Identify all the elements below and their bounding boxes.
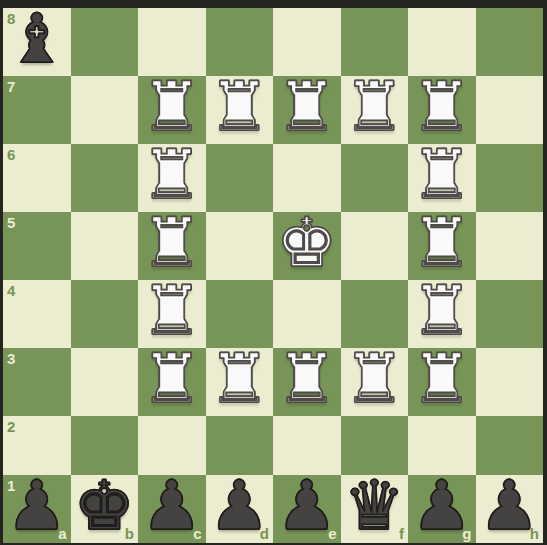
square-b5[interactable] [71, 212, 139, 280]
square-a6[interactable]: 6 [3, 144, 71, 212]
white-rook[interactable]: ♜ [276, 345, 337, 413]
white-rook[interactable]: ♜ [344, 73, 405, 141]
square-h3[interactable] [476, 348, 544, 416]
white-rook[interactable]: ♜ [411, 73, 472, 141]
rank-label-5: 5 [7, 215, 15, 230]
white-rook[interactable]: ♜ [411, 141, 472, 209]
square-e1[interactable]: e♟ [273, 475, 341, 543]
square-a7[interactable]: 7 [3, 76, 71, 144]
black-pawn[interactable]: ♟ [209, 472, 270, 540]
square-e7[interactable]: ♜ [273, 76, 341, 144]
square-e5[interactable]: ♚ [273, 212, 341, 280]
square-d5[interactable] [206, 212, 274, 280]
square-g7[interactable]: ♜ [408, 76, 476, 144]
square-b3[interactable] [71, 348, 139, 416]
black-queen[interactable]: ♛ [344, 472, 405, 540]
square-b1[interactable]: b♚ [71, 475, 139, 543]
white-rook[interactable]: ♜ [411, 345, 472, 413]
square-h7[interactable] [476, 76, 544, 144]
square-d4[interactable] [206, 280, 274, 348]
square-d1[interactable]: d♟ [206, 475, 274, 543]
square-d8[interactable] [206, 8, 274, 76]
black-bishop[interactable]: ♝ [6, 5, 67, 73]
square-b8[interactable] [71, 8, 139, 76]
square-g1[interactable]: g♟ [408, 475, 476, 543]
white-rook[interactable]: ♜ [411, 209, 472, 277]
square-a4[interactable]: 4 [3, 280, 71, 348]
white-rook[interactable]: ♜ [411, 277, 472, 345]
square-h5[interactable] [476, 212, 544, 280]
square-h8[interactable] [476, 8, 544, 76]
square-c7[interactable]: ♜ [138, 76, 206, 144]
square-c1[interactable]: c♟ [138, 475, 206, 543]
square-b4[interactable] [71, 280, 139, 348]
white-rook[interactable]: ♜ [141, 141, 202, 209]
white-rook[interactable]: ♜ [209, 73, 270, 141]
square-e4[interactable] [273, 280, 341, 348]
square-h1[interactable]: h♟ [476, 475, 544, 543]
square-b6[interactable] [71, 144, 139, 212]
rank-label-7: 7 [7, 79, 15, 94]
chess-board: 8♝7♜♜♜♜♜6♜♜5♜♚♜4♜♜3♜♜♜♜♜21a♟b♚c♟d♟e♟f♛g♟… [3, 8, 543, 543]
square-e3[interactable]: ♜ [273, 348, 341, 416]
white-rook[interactable]: ♜ [276, 73, 337, 141]
square-f8[interactable] [341, 8, 409, 76]
square-g3[interactable]: ♜ [408, 348, 476, 416]
square-c6[interactable]: ♜ [138, 144, 206, 212]
white-rook[interactable]: ♜ [141, 277, 202, 345]
square-d7[interactable]: ♜ [206, 76, 274, 144]
rank-label-4: 4 [7, 283, 15, 298]
square-f5[interactable] [341, 212, 409, 280]
black-pawn[interactable]: ♟ [141, 472, 202, 540]
square-c3[interactable]: ♜ [138, 348, 206, 416]
square-f7[interactable]: ♜ [341, 76, 409, 144]
square-c5[interactable]: ♜ [138, 212, 206, 280]
square-c4[interactable]: ♜ [138, 280, 206, 348]
square-a8[interactable]: 8♝ [3, 8, 71, 76]
square-c8[interactable] [138, 8, 206, 76]
square-f3[interactable]: ♜ [341, 348, 409, 416]
square-d3[interactable]: ♜ [206, 348, 274, 416]
rank-label-2: 2 [7, 419, 15, 434]
square-a1[interactable]: 1a♟ [3, 475, 71, 543]
black-pawn[interactable]: ♟ [6, 472, 67, 540]
square-d6[interactable] [206, 144, 274, 212]
white-rook[interactable]: ♜ [141, 345, 202, 413]
square-g6[interactable]: ♜ [408, 144, 476, 212]
chess-app: 8♝7♜♜♜♜♜6♜♜5♜♚♜4♜♜3♜♜♜♜♜21a♟b♚c♟d♟e♟f♛g♟… [0, 0, 547, 545]
square-g5[interactable]: ♜ [408, 212, 476, 280]
white-king[interactable]: ♚ [276, 209, 337, 277]
rank-label-3: 3 [7, 351, 15, 366]
square-h4[interactable] [476, 280, 544, 348]
rank-label-6: 6 [7, 147, 15, 162]
white-rook[interactable]: ♜ [209, 345, 270, 413]
black-king[interactable]: ♚ [74, 472, 135, 540]
white-rook[interactable]: ♜ [141, 209, 202, 277]
black-pawn[interactable]: ♟ [411, 472, 472, 540]
square-e8[interactable] [273, 8, 341, 76]
white-rook[interactable]: ♜ [141, 73, 202, 141]
square-e6[interactable] [273, 144, 341, 212]
black-pawn[interactable]: ♟ [276, 472, 337, 540]
white-rook[interactable]: ♜ [344, 345, 405, 413]
square-f4[interactable] [341, 280, 409, 348]
square-g4[interactable]: ♜ [408, 280, 476, 348]
square-a5[interactable]: 5 [3, 212, 71, 280]
black-pawn[interactable]: ♟ [479, 472, 540, 540]
square-a3[interactable]: 3 [3, 348, 71, 416]
square-g8[interactable] [408, 8, 476, 76]
square-b7[interactable] [71, 76, 139, 144]
square-h6[interactable] [476, 144, 544, 212]
square-f6[interactable] [341, 144, 409, 212]
square-f1[interactable]: f♛ [341, 475, 409, 543]
